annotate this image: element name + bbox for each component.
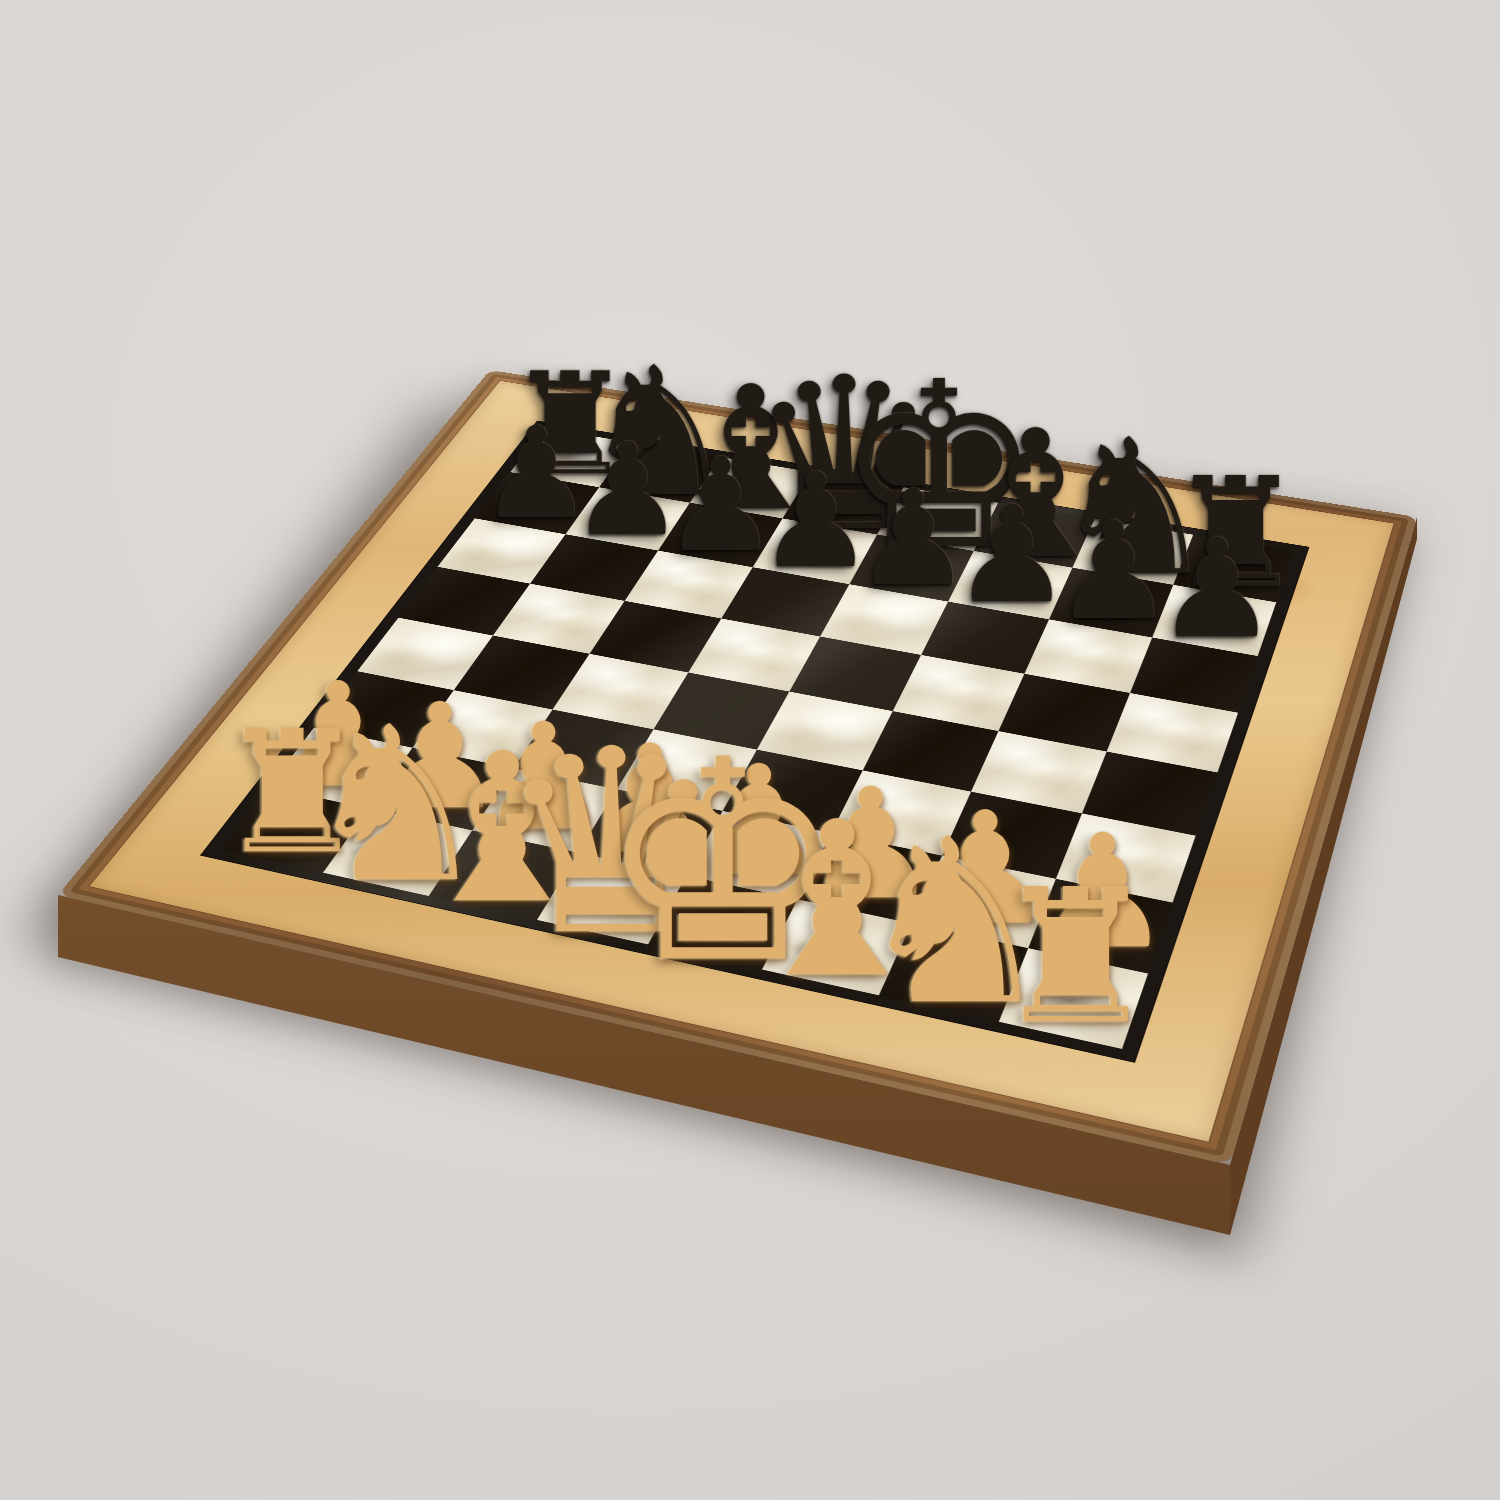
piece-black-pawn-h7[interactable]: ♟ [1156,521,1278,657]
pieces-layer: ♜♞♝♛♚♝♞♜♟♟♟♟♟♟♟♟♟♟♟♟♟♟♟♟♜♞♝♛♚♝♞♜ [0,0,1500,1500]
piece-white-rook-h1[interactable]: ♜ [993,866,1159,1051]
photo-stage: ♜♞♝♛♚♝♞♜♟♟♟♟♟♟♟♟♟♟♟♟♟♟♟♟♜♞♝♛♚♝♞♜ Three-q… [0,0,1500,1500]
